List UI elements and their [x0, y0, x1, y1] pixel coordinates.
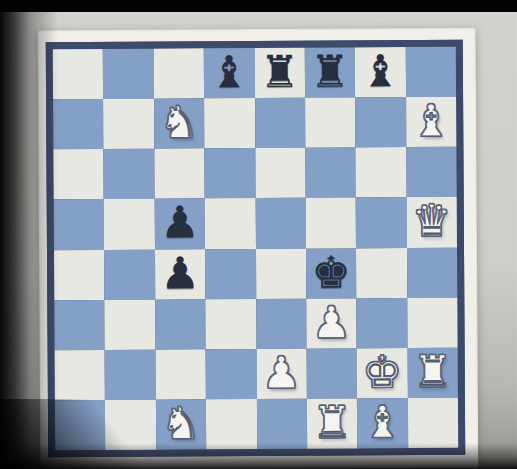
square-a5[interactable]: [54, 199, 105, 249]
square-h8[interactable]: [405, 47, 456, 97]
square-e4[interactable]: [255, 248, 306, 298]
board-border: ♝♜♜♝♞♝♟♛♟♚♟♟♚♜♞♜♝: [46, 40, 466, 458]
board-grid: ♝♜♜♝♞♝♟♛♟♚♟♟♚♜♞♜♝: [53, 47, 458, 450]
square-a2[interactable]: [55, 350, 106, 400]
square-b6[interactable]: [104, 149, 155, 199]
square-g8[interactable]: ♝: [355, 47, 406, 97]
square-e8[interactable]: ♜: [254, 48, 305, 98]
piece-white-rook-h2[interactable]: ♜: [413, 350, 453, 394]
square-b5[interactable]: [104, 199, 155, 249]
square-h7[interactable]: ♝: [406, 97, 457, 147]
square-g5[interactable]: [356, 197, 407, 247]
square-b4[interactable]: [104, 249, 155, 299]
square-d4[interactable]: [205, 249, 256, 299]
piece-white-bishop-h7[interactable]: ♝: [411, 99, 451, 143]
square-f5[interactable]: [306, 198, 357, 248]
piece-black-rook-e8[interactable]: ♜: [260, 50, 300, 94]
square-h4[interactable]: [407, 247, 458, 297]
square-f1[interactable]: ♜: [307, 398, 358, 448]
square-g1[interactable]: ♝: [357, 398, 408, 448]
square-e5[interactable]: [255, 198, 306, 248]
piece-black-pawn-c5[interactable]: ♟: [160, 201, 200, 245]
piece-white-knight-c1[interactable]: ♞: [161, 401, 201, 445]
square-f4[interactable]: ♚: [306, 248, 357, 298]
square-d2[interactable]: [206, 349, 257, 399]
square-g3[interactable]: [357, 298, 408, 348]
square-b1[interactable]: [105, 400, 156, 450]
piece-white-knight-c7[interactable]: ♞: [159, 101, 199, 145]
piece-black-bishop-g8[interactable]: ♝: [360, 49, 400, 93]
square-h5[interactable]: ♛: [406, 197, 457, 247]
screenshot-root: { "game": "chess", "board_theme": { "lig…: [0, 0, 517, 469]
square-f8[interactable]: ♜: [305, 47, 356, 97]
square-b7[interactable]: [103, 99, 154, 149]
square-h2[interactable]: ♜: [407, 348, 458, 398]
square-d7[interactable]: [204, 98, 255, 148]
square-f3[interactable]: ♟: [306, 298, 357, 348]
square-c6[interactable]: [154, 149, 205, 199]
square-e2[interactable]: ♟: [256, 348, 307, 398]
square-d1[interactable]: [206, 399, 257, 449]
square-g7[interactable]: [355, 97, 406, 147]
square-a6[interactable]: [53, 149, 104, 199]
square-g2[interactable]: ♚: [357, 348, 408, 398]
piece-black-bishop-d8[interactable]: ♝: [209, 50, 249, 94]
chess-board: ♝♜♜♝♞♝♟♛♟♚♟♟♚♜♞♜♝: [38, 28, 479, 469]
square-h3[interactable]: [407, 297, 458, 347]
square-d8[interactable]: ♝: [204, 48, 255, 98]
monitor-background: ♝♜♜♝♞♝♟♛♟♚♟♟♚♜♞♜♝: [0, 12, 517, 469]
square-c5[interactable]: ♟: [154, 199, 205, 249]
square-h6[interactable]: [406, 147, 457, 197]
square-a3[interactable]: [54, 300, 105, 350]
square-c3[interactable]: [155, 299, 206, 349]
square-b3[interactable]: [105, 299, 156, 349]
square-e7[interactable]: [255, 98, 306, 148]
square-a4[interactable]: [54, 249, 105, 299]
square-e6[interactable]: [255, 148, 306, 198]
piece-white-king-g2[interactable]: ♚: [362, 350, 402, 394]
piece-white-pawn-f3[interactable]: ♟: [312, 300, 352, 344]
square-a8[interactable]: [53, 49, 104, 99]
square-b2[interactable]: [105, 349, 156, 399]
square-c4[interactable]: ♟: [155, 249, 206, 299]
square-f2[interactable]: [306, 348, 357, 398]
piece-white-bishop-g1[interactable]: ♝: [363, 400, 403, 444]
square-e3[interactable]: [256, 298, 307, 348]
square-d3[interactable]: [205, 299, 256, 349]
piece-black-rook-f8[interactable]: ♜: [310, 49, 350, 93]
piece-white-queen-h5[interactable]: ♛: [412, 199, 452, 243]
square-a1[interactable]: [55, 400, 106, 450]
square-c2[interactable]: [155, 349, 206, 399]
piece-white-rook-f1[interactable]: ♜: [312, 400, 352, 444]
piece-black-pawn-c4[interactable]: ♟: [160, 251, 200, 295]
square-f6[interactable]: [305, 148, 356, 198]
piece-black-king-f4[interactable]: ♚: [311, 250, 351, 294]
square-c8[interactable]: [154, 48, 205, 98]
square-g4[interactable]: [356, 248, 407, 298]
square-h1[interactable]: [408, 398, 459, 448]
square-f7[interactable]: [305, 98, 356, 148]
square-e1[interactable]: [256, 399, 307, 449]
square-c7[interactable]: ♞: [154, 98, 205, 148]
piece-white-pawn-e2[interactable]: ♟: [262, 351, 302, 395]
square-c1[interactable]: ♞: [156, 399, 207, 449]
square-g6[interactable]: [356, 147, 407, 197]
square-b8[interactable]: [103, 49, 154, 99]
square-d6[interactable]: [205, 148, 256, 198]
square-d5[interactable]: [205, 198, 256, 248]
square-a7[interactable]: [53, 99, 104, 149]
